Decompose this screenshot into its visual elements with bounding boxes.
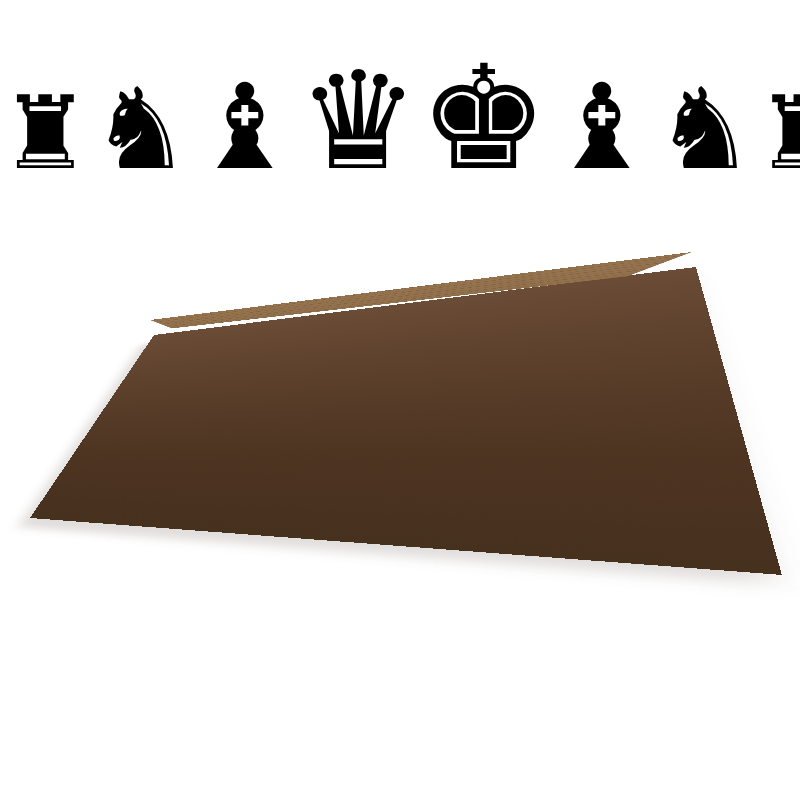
piece-brown-knight-b8: ♞ xyxy=(91,64,192,195)
piece-brown-knight-g8: ♞ xyxy=(654,64,755,195)
piece-brown-rook-h8: ♜ xyxy=(755,74,800,192)
piece-brown-bishop-f8: ♝ xyxy=(548,58,654,196)
chess-set-photo: ♜♞♝♛♚♝♞♜♟♟♟♟♟♟♟♟♟♟♟♟♟♟♟♟♜♞♝♛♚♝♞♜ xyxy=(0,0,800,800)
piece-brown-king-e8: ♚ xyxy=(419,34,548,202)
pieces-layer: ♜♞♝♛♚♝♞♜♟♟♟♟♟♟♟♟♟♟♟♟♟♟♟♟♜♞♝♛♚♝♞♜ xyxy=(0,0,800,211)
piece-brown-bishop-c8: ♝ xyxy=(191,58,297,196)
piece-brown-rook-a8: ♜ xyxy=(0,74,91,192)
piece-brown-queen-d8: ♛ xyxy=(297,42,419,200)
